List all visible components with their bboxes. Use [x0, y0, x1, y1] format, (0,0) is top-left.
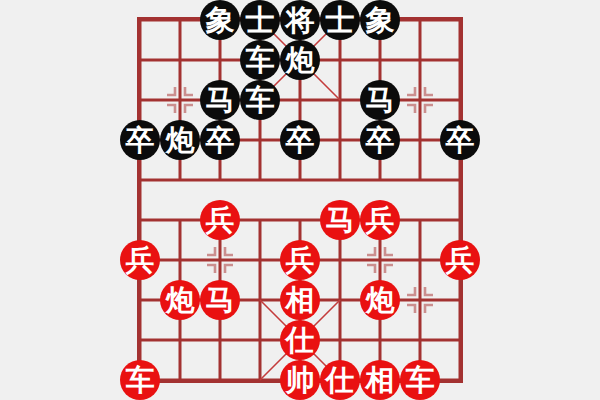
piece-red-pao[interactable]: 炮 [160, 280, 200, 320]
piece-red-pao[interactable]: 炮 [360, 280, 400, 320]
piece-red-bing[interactable]: 兵 [440, 240, 480, 280]
piece-black-ju[interactable]: 车 [240, 40, 280, 80]
piece-red-bing[interactable]: 兵 [200, 200, 240, 240]
piece-red-ma[interactable]: 马 [200, 280, 240, 320]
piece-red-ju[interactable]: 车 [400, 360, 440, 400]
piece-black-jiang[interactable]: 将 [280, 0, 320, 40]
piece-black-zu[interactable]: 卒 [440, 120, 480, 160]
piece-red-shi[interactable]: 仕 [280, 320, 320, 360]
piece-black-zu[interactable]: 卒 [200, 120, 240, 160]
piece-red-xiang[interactable]: 相 [360, 360, 400, 400]
piece-red-bing[interactable]: 兵 [120, 240, 160, 280]
piece-black-shi[interactable]: 士 [240, 0, 280, 40]
piece-red-ma[interactable]: 马 [320, 200, 360, 240]
piece-red-xiang[interactable]: 相 [280, 280, 320, 320]
piece-black-zu[interactable]: 卒 [120, 120, 160, 160]
piece-black-ju[interactable]: 车 [240, 80, 280, 120]
piece-red-bing[interactable]: 兵 [280, 240, 320, 280]
xiangqi-board-screenshot: 象士将士象车炮马车马卒炮卒卒卒卒兵马兵兵兵兵炮马相炮仕车帅仕相车 [0, 0, 600, 400]
piece-black-pao[interactable]: 炮 [160, 120, 200, 160]
piece-black-ma[interactable]: 马 [360, 80, 400, 120]
piece-black-shi[interactable]: 士 [320, 0, 360, 40]
piece-red-bing[interactable]: 兵 [360, 200, 400, 240]
piece-red-shuai[interactable]: 帅 [280, 360, 320, 400]
piece-black-xiang[interactable]: 象 [360, 0, 400, 40]
piece-black-zu[interactable]: 卒 [280, 120, 320, 160]
piece-black-pao[interactable]: 炮 [280, 40, 320, 80]
piece-black-ma[interactable]: 马 [200, 80, 240, 120]
piece-red-ju[interactable]: 车 [120, 360, 160, 400]
piece-red-shi[interactable]: 仕 [320, 360, 360, 400]
piece-black-xiang[interactable]: 象 [200, 0, 240, 40]
piece-black-zu[interactable]: 卒 [360, 120, 400, 160]
